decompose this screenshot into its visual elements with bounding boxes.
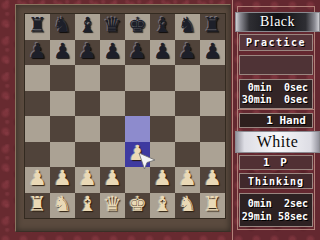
square-d3[interactable] xyxy=(100,142,125,168)
square-c5[interactable] xyxy=(75,91,100,117)
white-queen: ♛ xyxy=(103,194,122,215)
game-screen: ♜♞♝♛♚♝♞♜♟♟♟♟♟♟♟♟♟♟♟♟♟♟♟♟♜♞♝♛♚♝♞♜ Black P… xyxy=(0,0,320,240)
white-pawn: ♟ xyxy=(178,168,197,189)
black-time-elapsed: 0min 0sec xyxy=(242,82,308,94)
square-a6[interactable] xyxy=(25,65,50,91)
square-d2[interactable]: ♟ xyxy=(100,167,125,193)
square-d8[interactable]: ♛ xyxy=(100,14,125,40)
square-g2[interactable]: ♟ xyxy=(175,167,200,193)
white-rook: ♜ xyxy=(28,194,47,215)
square-h5[interactable] xyxy=(200,91,225,117)
white-time-remaining: 29min 58sec xyxy=(242,210,308,223)
white-time-elapsed: 0min 2sec xyxy=(242,197,308,210)
black-clock-box: 0min 0sec 30min 0sec xyxy=(239,79,313,109)
black-time-remaining: 30min 0sec xyxy=(242,94,308,106)
square-c2[interactable]: ♟ xyxy=(75,167,100,193)
square-b7[interactable]: ♟ xyxy=(50,40,75,66)
square-h1[interactable]: ♜ xyxy=(200,193,225,219)
black-queen: ♛ xyxy=(103,15,122,36)
square-g6[interactable] xyxy=(175,65,200,91)
square-e4[interactable] xyxy=(125,116,150,142)
black-nameplate: Black xyxy=(235,12,320,32)
white-bishop: ♝ xyxy=(78,194,97,215)
square-c4[interactable] xyxy=(75,116,100,142)
square-e1[interactable]: ♚ xyxy=(125,193,150,219)
square-h4[interactable] xyxy=(200,116,225,142)
square-b6[interactable] xyxy=(50,65,75,91)
square-a3[interactable] xyxy=(25,142,50,168)
square-d6[interactable] xyxy=(100,65,125,91)
game-mode-box: Practice xyxy=(239,34,313,51)
square-c3[interactable] xyxy=(75,142,100,168)
black-bishop: ♝ xyxy=(153,15,172,36)
white-clock-box: 0min 2sec 29min 58sec xyxy=(239,193,313,227)
square-h6[interactable] xyxy=(200,65,225,91)
square-b5[interactable] xyxy=(50,91,75,117)
square-a8[interactable]: ♜ xyxy=(25,14,50,40)
square-e7[interactable]: ♟ xyxy=(125,40,150,66)
move-counter: 1 Hand xyxy=(239,113,313,128)
white-bishop: ♝ xyxy=(153,194,172,215)
square-f7[interactable]: ♟ xyxy=(150,40,175,66)
black-knight: ♞ xyxy=(53,15,72,36)
black-bishop: ♝ xyxy=(78,15,97,36)
black-pawn: ♟ xyxy=(153,41,172,62)
square-a1[interactable]: ♜ xyxy=(25,193,50,219)
white-pawn: ♟ xyxy=(28,168,47,189)
square-a4[interactable] xyxy=(25,116,50,142)
square-a2[interactable]: ♟ xyxy=(25,167,50,193)
white-pawn: ♟ xyxy=(203,168,222,189)
square-b2[interactable]: ♟ xyxy=(50,167,75,193)
square-g5[interactable] xyxy=(175,91,200,117)
black-rook: ♜ xyxy=(203,15,222,36)
square-c7[interactable]: ♟ xyxy=(75,40,100,66)
black-pawn: ♟ xyxy=(203,41,222,62)
square-d1[interactable]: ♛ xyxy=(100,193,125,219)
square-c1[interactable]: ♝ xyxy=(75,193,100,219)
white-pawn: ♟ xyxy=(78,168,97,189)
sidebar-divider xyxy=(237,109,315,110)
square-b4[interactable] xyxy=(50,116,75,142)
square-a7[interactable]: ♟ xyxy=(25,40,50,66)
square-e5[interactable] xyxy=(125,91,150,117)
square-h3[interactable] xyxy=(200,142,225,168)
square-b1[interactable]: ♞ xyxy=(50,193,75,219)
square-g4[interactable] xyxy=(175,116,200,142)
white-knight: ♞ xyxy=(178,194,197,215)
square-b3[interactable] xyxy=(50,142,75,168)
square-h2[interactable]: ♟ xyxy=(200,167,225,193)
square-h7[interactable]: ♟ xyxy=(200,40,225,66)
white-knight: ♞ xyxy=(53,194,72,215)
white-pawn: ♟ xyxy=(53,168,72,189)
square-c8[interactable]: ♝ xyxy=(75,14,100,40)
black-pawn: ♟ xyxy=(53,41,72,62)
info-sidebar: Black Practice 0min 0sec 30min 0sec 1 Ha… xyxy=(232,0,320,240)
square-f1[interactable]: ♝ xyxy=(150,193,175,219)
black-king: ♚ xyxy=(128,15,147,36)
black-rook: ♜ xyxy=(28,15,47,36)
status-box: Thinking xyxy=(239,173,313,189)
square-a5[interactable] xyxy=(25,91,50,117)
black-pawn: ♟ xyxy=(178,41,197,62)
square-e6[interactable] xyxy=(125,65,150,91)
black-player-box xyxy=(239,55,313,75)
square-d7[interactable]: ♟ xyxy=(100,40,125,66)
white-player-box: 1 P xyxy=(239,155,313,170)
square-h8[interactable]: ♜ xyxy=(200,14,225,40)
square-g8[interactable]: ♞ xyxy=(175,14,200,40)
square-f5[interactable] xyxy=(150,91,175,117)
white-nameplate: White xyxy=(235,131,320,153)
square-e8[interactable]: ♚ xyxy=(125,14,150,40)
white-pawn: ♟ xyxy=(103,168,122,189)
square-d4[interactable] xyxy=(100,116,125,142)
square-g1[interactable]: ♞ xyxy=(175,193,200,219)
black-pawn: ♟ xyxy=(128,41,147,62)
square-d5[interactable] xyxy=(100,91,125,117)
square-f6[interactable] xyxy=(150,65,175,91)
chess-board: ♜♞♝♛♚♝♞♜♟♟♟♟♟♟♟♟♟♟♟♟♟♟♟♟♜♞♝♛♚♝♞♜ xyxy=(25,14,225,218)
square-f8[interactable]: ♝ xyxy=(150,14,175,40)
square-g7[interactable]: ♟ xyxy=(175,40,200,66)
black-pawn: ♟ xyxy=(103,41,122,62)
black-pawn: ♟ xyxy=(28,41,47,62)
square-b8[interactable]: ♞ xyxy=(50,14,75,40)
square-g3[interactable] xyxy=(175,142,200,168)
white-king: ♚ xyxy=(128,194,147,215)
square-c6[interactable] xyxy=(75,65,100,91)
mouse-cursor-icon xyxy=(138,152,158,172)
white-rook: ♜ xyxy=(203,194,222,215)
black-pawn: ♟ xyxy=(78,41,97,62)
square-f4[interactable] xyxy=(150,116,175,142)
black-knight: ♞ xyxy=(178,15,197,36)
